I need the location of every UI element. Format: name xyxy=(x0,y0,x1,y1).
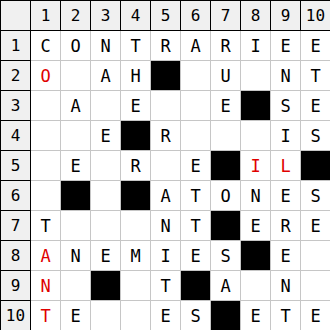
col-header-4: 4 xyxy=(121,1,151,31)
cell-r4-c2[interactable] xyxy=(61,121,91,151)
cell-r5-c6[interactable]: E xyxy=(181,151,211,181)
cell-r4-c5[interactable]: R xyxy=(151,121,181,151)
cell-r5-c2[interactable]: E xyxy=(61,151,91,181)
cell-r6-c9[interactable]: E xyxy=(271,181,301,211)
row-header-2: 2 xyxy=(1,61,31,91)
cell-r10-c10[interactable]: E xyxy=(301,301,330,330)
cell-r9-c7[interactable]: A xyxy=(211,271,241,301)
cell-r4-c3[interactable]: E xyxy=(91,121,121,151)
col-header-6: 6 xyxy=(181,1,211,31)
row-header-8: 8 xyxy=(1,241,31,271)
cell-r4-c8[interactable] xyxy=(241,121,271,151)
cell-r2-c5-black xyxy=(151,61,181,91)
col-header-5: 5 xyxy=(151,1,181,31)
cell-r3-c4[interactable]: E xyxy=(121,91,151,121)
col-header-8: 8 xyxy=(241,1,271,31)
cell-r9-c2[interactable] xyxy=(61,271,91,301)
cell-r8-c8-black xyxy=(241,241,271,271)
cell-r2-c3[interactable]: A xyxy=(91,61,121,91)
row-header-3: 3 xyxy=(1,91,31,121)
col-header-7: 7 xyxy=(211,1,241,31)
col-header-3: 3 xyxy=(91,1,121,31)
cell-r10-c2[interactable]: E xyxy=(61,301,91,330)
col-header-9: 9 xyxy=(271,1,301,31)
cell-r1-c10[interactable]: E xyxy=(301,31,330,61)
cell-r6-c5[interactable]: A xyxy=(151,181,181,211)
cell-r2-c4[interactable]: H xyxy=(121,61,151,91)
cell-r10-c3[interactable] xyxy=(91,301,121,330)
cell-r8-c6[interactable]: E xyxy=(181,241,211,271)
cell-r3-c1[interactable] xyxy=(31,91,61,121)
cell-r2-c8[interactable] xyxy=(241,61,271,91)
cell-r6-c7[interactable]: O xyxy=(211,181,241,211)
cell-r4-c1[interactable] xyxy=(31,121,61,151)
cell-r5-c8-red-letter[interactable]: I xyxy=(241,151,271,181)
cell-r3-c2[interactable]: A xyxy=(61,91,91,121)
col-header-1: 1 xyxy=(31,1,61,31)
cell-r1-c5[interactable]: R xyxy=(151,31,181,61)
cell-r6-c4-black xyxy=(121,181,151,211)
cell-r1-c2[interactable]: O xyxy=(61,31,91,61)
cell-r2-c6[interactable] xyxy=(181,61,211,91)
cell-r2-c9[interactable]: N xyxy=(271,61,301,91)
cell-r3-c9[interactable]: S xyxy=(271,91,301,121)
cell-r10-c7-black xyxy=(211,301,241,330)
cell-r1-c6[interactable]: A xyxy=(181,31,211,61)
cell-r4-c7[interactable] xyxy=(211,121,241,151)
corner-cell xyxy=(1,1,31,31)
cell-r10-c9[interactable]: T xyxy=(271,301,301,330)
cell-r9-c3-black xyxy=(91,271,121,301)
cell-r2-c2[interactable] xyxy=(61,61,91,91)
cell-r6-c1[interactable] xyxy=(31,181,61,211)
cell-r6-c6[interactable]: T xyxy=(181,181,211,211)
cell-r5-c5[interactable] xyxy=(151,151,181,181)
cell-r3-c5[interactable] xyxy=(151,91,181,121)
cell-r9-c8[interactable] xyxy=(241,271,271,301)
cell-r9-c9[interactable]: N xyxy=(271,271,301,301)
cell-r3-c8-black xyxy=(241,91,271,121)
cell-r6-c8[interactable]: N xyxy=(241,181,271,211)
cell-r1-c4[interactable]: T xyxy=(121,31,151,61)
cell-r9-c1-red-letter[interactable]: N xyxy=(31,271,61,301)
cell-r10-c5[interactable]: E xyxy=(151,301,181,330)
cell-r1-c8[interactable]: I xyxy=(241,31,271,61)
cell-r1-c1[interactable]: C xyxy=(31,31,61,61)
cell-r5-c3[interactable] xyxy=(91,151,121,181)
crossword-grid: 123456789101CONTRARIEE2OAHUNT3AEESE4ERIS… xyxy=(0,0,330,330)
cell-r9-c4[interactable] xyxy=(121,271,151,301)
row-header-4: 4 xyxy=(1,121,31,151)
cell-r7-c7-black xyxy=(211,211,241,241)
cell-r9-c10[interactable] xyxy=(301,271,330,301)
cell-r10-c6[interactable]: S xyxy=(181,301,211,330)
cell-r1-c3[interactable]: N xyxy=(91,31,121,61)
cell-r8-c1-red-letter[interactable]: A xyxy=(31,241,61,271)
cell-r5-c10-black xyxy=(301,151,330,181)
cell-r7-c6[interactable]: T xyxy=(181,211,211,241)
cell-r8-c4[interactable]: M xyxy=(121,241,151,271)
cell-r4-c4-black xyxy=(121,121,151,151)
row-header-10: 10 xyxy=(1,301,31,330)
cell-r5-c7-black xyxy=(211,151,241,181)
cell-r6-c10[interactable]: S xyxy=(301,181,330,211)
row-header-7: 7 xyxy=(1,211,31,241)
cell-r3-c6[interactable] xyxy=(181,91,211,121)
cell-r7-c5[interactable]: N xyxy=(151,211,181,241)
cell-r8-c10[interactable] xyxy=(301,241,330,271)
col-header-10: 10 xyxy=(301,1,330,31)
cell-r8-c3[interactable]: E xyxy=(91,241,121,271)
cell-r2-c10[interactable]: T xyxy=(301,61,330,91)
row-header-9: 9 xyxy=(1,271,31,301)
cell-r3-c3[interactable] xyxy=(91,91,121,121)
cell-r3-c7[interactable]: E xyxy=(211,91,241,121)
cell-r3-c10[interactable]: E xyxy=(301,91,330,121)
cell-r5-c9-red-letter[interactable]: L xyxy=(271,151,301,181)
cell-r7-c3[interactable] xyxy=(91,211,121,241)
cell-r4-c6[interactable] xyxy=(181,121,211,151)
cell-r10-c4[interactable] xyxy=(121,301,151,330)
cell-r9-c6-black xyxy=(181,271,211,301)
cell-r1-c7[interactable]: R xyxy=(211,31,241,61)
cell-r5-c1[interactable] xyxy=(31,151,61,181)
cell-r7-c2[interactable] xyxy=(61,211,91,241)
cell-r4-c10[interactable]: S xyxy=(301,121,330,151)
cell-r1-c9[interactable]: E xyxy=(271,31,301,61)
cell-r2-c1-red-letter[interactable]: O xyxy=(31,61,61,91)
cell-r7-c8[interactable]: E xyxy=(241,211,271,241)
cell-r6-c2-black xyxy=(61,181,91,211)
cell-r9-c5[interactable]: T xyxy=(151,271,181,301)
row-header-1: 1 xyxy=(1,31,31,61)
cell-r7-c4[interactable] xyxy=(121,211,151,241)
cell-r10-c8[interactable]: E xyxy=(241,301,271,330)
cell-r5-c4[interactable]: R xyxy=(121,151,151,181)
cell-r7-c10[interactable]: E xyxy=(301,211,330,241)
cell-r2-c7[interactable]: U xyxy=(211,61,241,91)
cell-r8-c2[interactable]: N xyxy=(61,241,91,271)
cell-r10-c1-red-letter[interactable]: T xyxy=(31,301,61,330)
cell-r6-c3[interactable] xyxy=(91,181,121,211)
cell-r4-c9[interactable]: I xyxy=(271,121,301,151)
row-header-5: 5 xyxy=(1,151,31,181)
cell-r7-c1[interactable]: T xyxy=(31,211,61,241)
cell-r7-c9[interactable]: R xyxy=(271,211,301,241)
col-header-2: 2 xyxy=(61,1,91,31)
cell-r8-c5[interactable]: I xyxy=(151,241,181,271)
row-header-6: 6 xyxy=(1,181,31,211)
cell-r8-c7[interactable]: S xyxy=(211,241,241,271)
cell-r8-c9[interactable]: E xyxy=(271,241,301,271)
